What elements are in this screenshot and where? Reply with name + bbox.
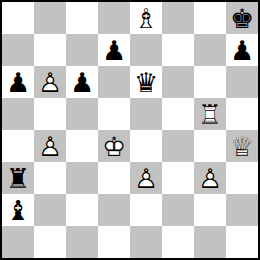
square-e4[interactable] — [130, 130, 162, 162]
square-b6[interactable]: ♟♙ — [34, 66, 66, 98]
square-e8[interactable]: ♝♗ — [130, 2, 162, 34]
square-f3[interactable] — [162, 162, 194, 194]
square-a3[interactable]: ♜ — [2, 162, 34, 194]
square-e2[interactable] — [130, 194, 162, 226]
square-f5[interactable] — [162, 98, 194, 130]
square-d6[interactable] — [98, 66, 130, 98]
white-pawn: ♟♙ — [34, 130, 66, 162]
square-a4[interactable] — [2, 130, 34, 162]
white-bishop: ♝♗ — [130, 2, 162, 34]
square-a7[interactable] — [2, 34, 34, 66]
square-a5[interactable] — [2, 98, 34, 130]
square-g5[interactable]: ♜♖ — [194, 98, 226, 130]
square-e3[interactable]: ♟♙ — [130, 162, 162, 194]
square-g3[interactable]: ♟♙ — [194, 162, 226, 194]
square-b5[interactable] — [34, 98, 66, 130]
square-h2[interactable] — [226, 194, 258, 226]
square-f1[interactable] — [162, 226, 194, 258]
black-king: ♚ — [226, 2, 258, 34]
white-pawn: ♟♙ — [34, 66, 66, 98]
square-f6[interactable] — [162, 66, 194, 98]
white-king: ♚♔ — [98, 130, 130, 162]
square-c3[interactable] — [66, 162, 98, 194]
square-d2[interactable] — [98, 194, 130, 226]
square-d3[interactable] — [98, 162, 130, 194]
white-queen: ♛♕ — [226, 130, 258, 162]
chess-board: ♝♗♚♟♟♟♟♙♟♛♜♖♟♙♚♔♛♕♜♟♙♟♙♝ — [0, 0, 260, 260]
black-bishop: ♝ — [2, 194, 34, 226]
square-c2[interactable] — [66, 194, 98, 226]
square-h6[interactable] — [226, 66, 258, 98]
square-e1[interactable] — [130, 226, 162, 258]
white-rook: ♜♖ — [194, 98, 226, 130]
square-e5[interactable] — [130, 98, 162, 130]
square-g2[interactable] — [194, 194, 226, 226]
white-pawn: ♟♙ — [194, 162, 226, 194]
square-c7[interactable] — [66, 34, 98, 66]
square-a1[interactable] — [2, 226, 34, 258]
square-a8[interactable] — [2, 2, 34, 34]
square-h1[interactable] — [226, 226, 258, 258]
white-pawn: ♟♙ — [130, 162, 162, 194]
square-d5[interactable] — [98, 98, 130, 130]
square-f4[interactable] — [162, 130, 194, 162]
square-e6[interactable]: ♛ — [130, 66, 162, 98]
square-c8[interactable] — [66, 2, 98, 34]
square-c4[interactable] — [66, 130, 98, 162]
square-a6[interactable]: ♟ — [2, 66, 34, 98]
square-h3[interactable] — [226, 162, 258, 194]
square-g4[interactable] — [194, 130, 226, 162]
black-pawn: ♟ — [2, 66, 34, 98]
square-d8[interactable] — [98, 2, 130, 34]
square-b7[interactable] — [34, 34, 66, 66]
square-b3[interactable] — [34, 162, 66, 194]
square-h5[interactable] — [226, 98, 258, 130]
black-queen: ♛ — [130, 66, 162, 98]
square-b1[interactable] — [34, 226, 66, 258]
square-g1[interactable] — [194, 226, 226, 258]
square-f2[interactable] — [162, 194, 194, 226]
square-a2[interactable]: ♝ — [2, 194, 34, 226]
square-f7[interactable] — [162, 34, 194, 66]
square-d1[interactable] — [98, 226, 130, 258]
square-c6[interactable]: ♟ — [66, 66, 98, 98]
square-g7[interactable] — [194, 34, 226, 66]
square-g8[interactable] — [194, 2, 226, 34]
square-c5[interactable] — [66, 98, 98, 130]
black-pawn: ♟ — [226, 34, 258, 66]
square-f8[interactable] — [162, 2, 194, 34]
square-c1[interactable] — [66, 226, 98, 258]
square-b8[interactable] — [34, 2, 66, 34]
black-rook: ♜ — [2, 162, 34, 194]
square-e7[interactable] — [130, 34, 162, 66]
square-h8[interactable]: ♚ — [226, 2, 258, 34]
square-d4[interactable]: ♚♔ — [98, 130, 130, 162]
black-pawn: ♟ — [98, 34, 130, 66]
square-g6[interactable] — [194, 66, 226, 98]
square-d7[interactable]: ♟ — [98, 34, 130, 66]
square-h4[interactable]: ♛♕ — [226, 130, 258, 162]
black-pawn: ♟ — [66, 66, 98, 98]
square-h7[interactable]: ♟ — [226, 34, 258, 66]
square-b4[interactable]: ♟♙ — [34, 130, 66, 162]
square-b2[interactable] — [34, 194, 66, 226]
